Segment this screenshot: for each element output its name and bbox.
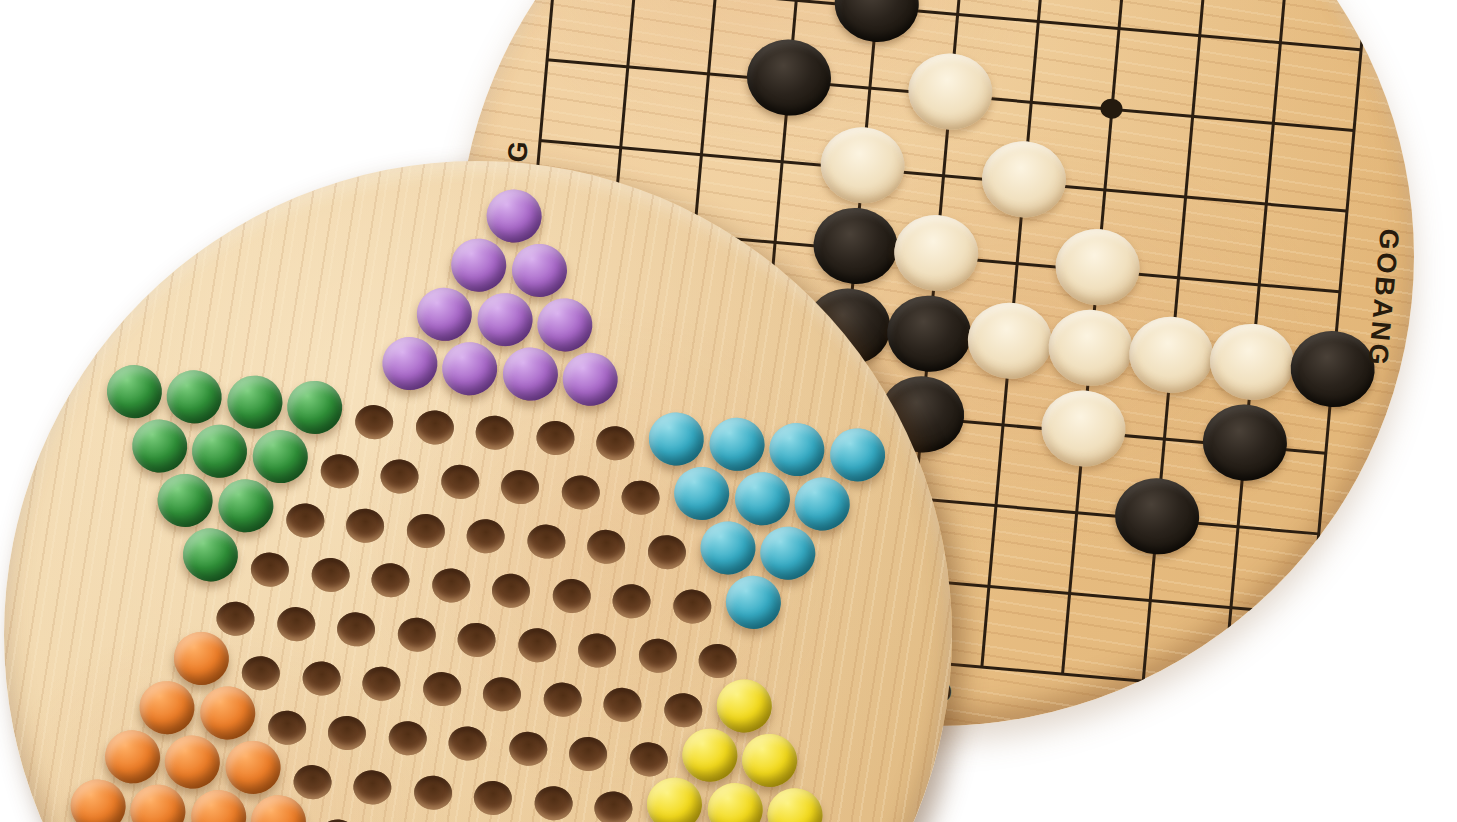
board-hole[interactable] [646,534,687,571]
board-hole[interactable] [568,735,609,772]
board-hole[interactable] [327,714,368,751]
marble-green[interactable] [130,417,189,475]
board-hole[interactable] [301,660,342,697]
board-hole[interactable] [620,479,661,516]
marble-green[interactable] [165,368,224,426]
marble-purple[interactable] [440,339,499,397]
marble-yellow[interactable] [714,677,773,735]
board-hole[interactable] [215,600,256,637]
marble-teal[interactable] [672,464,731,522]
marble-yellow[interactable] [680,726,739,784]
marble-purple[interactable] [380,334,439,392]
gobang-stone-black[interactable] [1200,401,1290,484]
board-hole[interactable] [354,404,395,441]
board-hole[interactable] [440,463,481,500]
gobang-stone-white[interactable] [905,50,995,133]
marble-teal[interactable] [793,475,852,533]
board-hole[interactable] [379,458,420,495]
marble-green[interactable] [216,476,275,534]
marble-green[interactable] [285,378,344,436]
board-hole[interactable] [628,741,669,778]
board-hole[interactable] [284,502,325,539]
marble-green[interactable] [190,422,249,480]
marble-purple[interactable] [484,187,543,245]
board-hole[interactable] [525,523,566,560]
marble-teal[interactable] [733,469,792,527]
board-hole[interactable] [516,627,557,664]
marble-purple[interactable] [535,296,594,354]
board-hole[interactable] [456,621,497,658]
board-hole[interactable] [663,692,704,729]
board-hole[interactable] [500,469,541,506]
gobang-stone-white[interactable] [891,211,981,294]
marble-teal[interactable] [767,420,826,478]
gobang-stone-black[interactable] [810,204,900,287]
gobang-stone-black[interactable] [1112,475,1202,558]
gobang-stone-black[interactable] [832,0,922,45]
gobang-stone-white[interactable] [965,299,1055,382]
board-hole[interactable] [336,611,377,648]
marble-teal[interactable] [698,519,757,577]
gobang-stone-white[interactable] [1126,313,1216,396]
marble-orange[interactable] [172,629,231,687]
gobang-stone-white[interactable] [1038,387,1128,470]
marble-orange[interactable] [223,738,282,796]
board-hole[interactable] [250,551,291,588]
marble-yellow[interactable] [766,786,825,822]
board-hole[interactable] [241,655,282,692]
board-hole[interactable] [345,507,386,544]
board-hole[interactable] [266,709,307,746]
board-hole[interactable] [396,616,437,653]
board-hole[interactable] [275,605,316,642]
board-hole[interactable] [577,632,618,669]
marble-orange[interactable] [68,777,127,822]
marble-purple[interactable] [415,285,474,343]
board-hole[interactable] [412,774,453,811]
board-hole[interactable] [535,419,576,456]
marble-purple[interactable] [501,345,560,403]
gobang-stone-white[interactable] [1052,226,1142,309]
board-hole[interactable] [370,562,411,599]
board-hole[interactable] [421,670,462,707]
board-hole[interactable] [672,588,713,625]
marble-orange[interactable] [198,684,257,742]
board-hole[interactable] [405,512,446,549]
gobang-star-point [1100,98,1124,120]
board-hole[interactable] [292,764,333,801]
marble-teal[interactable] [647,410,706,468]
marble-green[interactable] [155,471,214,529]
marble-orange[interactable] [137,678,196,736]
gobang-stone-white[interactable] [1045,306,1135,389]
gobang-label-right: GOBANG [1362,227,1405,369]
board-hole[interactable] [447,725,488,762]
board-hole[interactable] [352,769,393,806]
board-hole[interactable] [317,818,358,822]
board-hole[interactable] [560,474,601,511]
board-hole[interactable] [319,453,360,490]
marble-yellow[interactable] [740,731,799,789]
marble-teal[interactable] [723,573,782,631]
marble-teal[interactable] [707,415,766,473]
marble-purple[interactable] [449,236,508,294]
gobang-stone-black[interactable] [744,36,834,119]
marble-purple[interactable] [510,241,569,299]
marble-orange[interactable] [189,787,248,822]
marble-teal[interactable] [758,524,817,582]
marble-yellow[interactable] [705,780,764,822]
marble-orange[interactable] [128,782,187,822]
board-hole[interactable] [611,583,652,620]
gobang-stone-white[interactable] [817,124,907,207]
marble-green[interactable] [225,373,284,431]
board-hole[interactable] [551,577,592,614]
product-photo-scene: GOBANG G G [0,0,1457,822]
board-hole[interactable] [361,665,402,702]
marble-green[interactable] [181,526,240,584]
marble-orange[interactable] [249,793,308,822]
board-hole[interactable] [491,572,532,609]
board-hole[interactable] [473,779,514,816]
marble-green[interactable] [104,362,163,420]
board-hole[interactable] [595,425,636,462]
gobang-stone-white[interactable] [1207,320,1297,403]
board-hole[interactable] [637,637,678,674]
board-hole[interactable] [474,414,515,451]
marble-purple[interactable] [561,350,620,408]
board-hole[interactable] [387,720,428,757]
board-hole[interactable] [602,686,643,723]
marble-purple[interactable] [475,290,534,348]
marble-teal[interactable] [827,426,886,484]
board-hole[interactable] [533,785,574,822]
board-hole[interactable] [593,790,634,822]
gobang-stone-white[interactable] [979,138,1069,221]
marble-orange[interactable] [103,728,162,786]
board-hole[interactable] [586,528,627,565]
gobang-label-left-fragment: G [502,137,535,164]
board-hole[interactable] [482,676,523,713]
board-hole[interactable] [431,567,472,604]
marble-orange[interactable] [163,733,222,791]
board-hole[interactable] [310,556,351,593]
marble-green[interactable] [250,427,309,485]
gobang-stone-black[interactable] [884,292,974,375]
board-hole[interactable] [542,681,583,718]
board-hole[interactable] [507,730,548,767]
board-hole[interactable] [414,409,455,446]
marble-yellow[interactable] [645,775,704,822]
board-hole[interactable] [697,642,738,679]
board-hole[interactable] [465,518,506,555]
